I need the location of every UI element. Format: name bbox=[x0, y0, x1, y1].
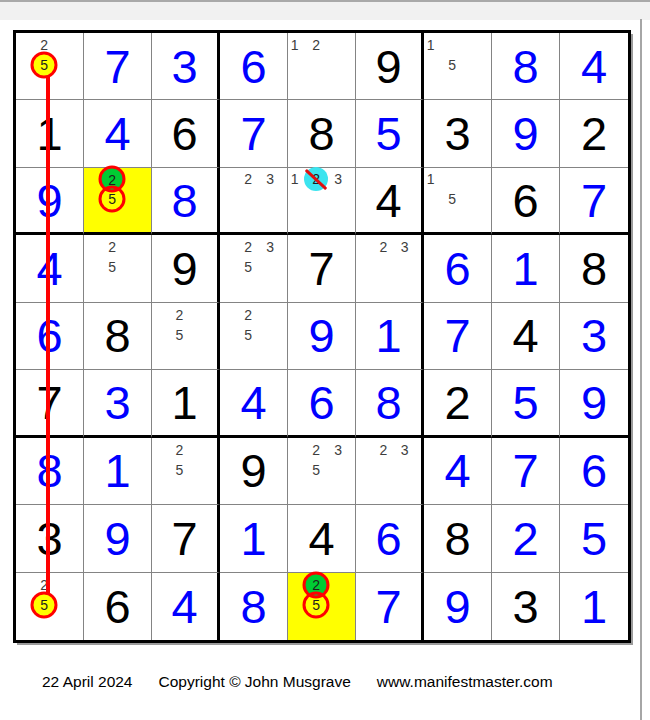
candidate: 2 bbox=[244, 308, 252, 322]
digit-given: 7 bbox=[308, 245, 334, 292]
chain-line bbox=[46, 68, 50, 608]
candidate-yellow-circle: 5 bbox=[31, 51, 58, 78]
candidate: 5 bbox=[312, 463, 320, 477]
digit-solved: 6 bbox=[308, 379, 334, 426]
digit-solved: 3 bbox=[171, 43, 197, 90]
digit-given: 9 bbox=[171, 245, 197, 292]
cell-r9c1[interactable]: 25 bbox=[16, 573, 84, 640]
footer-website: www.manifestmaster.com bbox=[377, 673, 553, 691]
cell-r2c1[interactable]: 1 bbox=[16, 100, 84, 167]
digit-solved: 1 bbox=[104, 447, 130, 494]
digit-solved: 7 bbox=[375, 583, 401, 630]
cell-r1c8[interactable]: 8 bbox=[492, 33, 560, 100]
candidate: 3 bbox=[334, 172, 342, 186]
digit-solved: 7 bbox=[512, 447, 538, 494]
cell-r1c3[interactable]: 3 bbox=[152, 33, 220, 100]
digit-given: 8 bbox=[444, 515, 470, 562]
candidate: 3 bbox=[401, 240, 409, 254]
cell-r7c8[interactable]: 7 bbox=[492, 438, 560, 505]
cell-r6c7[interactable]: 2 bbox=[424, 370, 492, 437]
digit-given: 3 bbox=[444, 110, 470, 157]
candidate-red-ring: 5 bbox=[99, 185, 126, 212]
digit-solved: 6 bbox=[375, 515, 401, 562]
cell-r3c5[interactable]: 123 bbox=[288, 168, 356, 235]
cell-r1c5[interactable]: 12 bbox=[288, 33, 356, 100]
candidate: 2 bbox=[312, 38, 320, 52]
digit-solved: 8 bbox=[171, 177, 197, 224]
candidate: 5 bbox=[448, 58, 456, 72]
cell-r4c8[interactable]: 1 bbox=[492, 235, 560, 302]
cell-r7c6[interactable]: 23 bbox=[356, 438, 424, 505]
cell-r8c3[interactable]: 7 bbox=[152, 505, 220, 572]
cell-r7c4[interactable]: 9 bbox=[220, 438, 288, 505]
candidate-cyan-slash: 2 bbox=[304, 167, 328, 191]
cell-r8c9[interactable]: 5 bbox=[560, 505, 628, 572]
cell-r8c2[interactable]: 9 bbox=[84, 505, 152, 572]
candidate: 5 bbox=[175, 463, 183, 477]
digit-solved: 6 bbox=[444, 245, 470, 292]
cell-r6c1[interactable]: 7 bbox=[16, 370, 84, 437]
digit-solved: 1 bbox=[512, 245, 538, 292]
cell-r4c7[interactable]: 6 bbox=[424, 235, 492, 302]
candidate-yellow-circle: 5 bbox=[31, 591, 58, 618]
digit-given: 7 bbox=[171, 515, 197, 562]
cell-r9c2[interactable]: 6 bbox=[84, 573, 152, 640]
cell-r9c5[interactable]: 25 bbox=[288, 573, 356, 640]
cell-r9c9[interactable]: 1 bbox=[560, 573, 628, 640]
cell-r9c6[interactable]: 7 bbox=[356, 573, 424, 640]
cell-r7c7[interactable]: 4 bbox=[424, 438, 492, 505]
digit-solved: 4 bbox=[171, 583, 197, 630]
digit-solved: 7 bbox=[104, 43, 130, 90]
footer: 22 April 2024 Copyright © John Musgrave … bbox=[42, 673, 553, 691]
digit-given: 4 bbox=[512, 312, 538, 359]
cell-r7c9[interactable]: 6 bbox=[560, 438, 628, 505]
cell-r6c6[interactable]: 8 bbox=[356, 370, 424, 437]
digit-solved: 4 bbox=[104, 110, 130, 157]
cell-r3c9[interactable]: 7 bbox=[560, 168, 628, 235]
cell-r1c2[interactable]: 7 bbox=[84, 33, 152, 100]
candidate: 2 bbox=[244, 172, 252, 186]
cell-r6c3[interactable]: 1 bbox=[152, 370, 220, 437]
cell-r8c8[interactable]: 2 bbox=[492, 505, 560, 572]
cell-r5c3[interactable]: 25 bbox=[152, 303, 220, 370]
cell-r6c4[interactable]: 4 bbox=[220, 370, 288, 437]
window-top-bar bbox=[0, 0, 650, 20]
digit-solved: 4 bbox=[240, 379, 266, 426]
candidate: 2 bbox=[379, 240, 387, 254]
cell-r2c9[interactable]: 2 bbox=[560, 100, 628, 167]
candidate: 1 bbox=[291, 172, 299, 186]
digit-solved: 3 bbox=[104, 379, 130, 426]
digit-given: 2 bbox=[581, 110, 607, 157]
window-right-edge bbox=[640, 19, 642, 720]
cell-r3c3[interactable]: 8 bbox=[152, 168, 220, 235]
sudoku-grid: 2573612915841467853929258231234156742592… bbox=[16, 33, 628, 640]
digit-given: 4 bbox=[308, 515, 334, 562]
cell-r9c8[interactable]: 3 bbox=[492, 573, 560, 640]
cell-r5c4[interactable]: 25 bbox=[220, 303, 288, 370]
digit-given: 3 bbox=[512, 583, 538, 630]
candidate: 2 bbox=[312, 443, 320, 457]
digit-solved: 5 bbox=[581, 515, 607, 562]
cell-r9c7[interactable]: 9 bbox=[424, 573, 492, 640]
digit-solved: 6 bbox=[240, 43, 266, 90]
cell-r2c8[interactable]: 9 bbox=[492, 100, 560, 167]
cell-r5c6[interactable]: 1 bbox=[356, 303, 424, 370]
elimination-slash-icon bbox=[305, 169, 328, 190]
candidate: 5 bbox=[448, 192, 456, 206]
digit-solved: 7 bbox=[581, 177, 607, 224]
candidate: 2 bbox=[175, 308, 183, 322]
cell-r5c1[interactable]: 6 bbox=[16, 303, 84, 370]
cell-r1c6[interactable]: 9 bbox=[356, 33, 424, 100]
cell-r1c7[interactable]: 15 bbox=[424, 33, 492, 100]
cell-r6c2[interactable]: 3 bbox=[84, 370, 152, 437]
digit-solved: 8 bbox=[240, 583, 266, 630]
cell-r3c4[interactable]: 23 bbox=[220, 168, 288, 235]
cell-r1c1[interactable]: 25 bbox=[16, 33, 84, 100]
cell-r1c9[interactable]: 4 bbox=[560, 33, 628, 100]
digit-solved: 2 bbox=[512, 515, 538, 562]
digit-solved: 6 bbox=[581, 447, 607, 494]
digit-given: 8 bbox=[581, 245, 607, 292]
digit-given: 2 bbox=[444, 379, 470, 426]
digit-solved: 8 bbox=[375, 379, 401, 426]
cell-r7c5[interactable]: 235 bbox=[288, 438, 356, 505]
cell-r7c3[interactable]: 25 bbox=[152, 438, 220, 505]
cell-r3c1[interactable]: 9 bbox=[16, 168, 84, 235]
candidate-red-ring: 5 bbox=[303, 591, 330, 618]
digit-solved: 9 bbox=[104, 515, 130, 562]
cell-r6c8[interactable]: 5 bbox=[492, 370, 560, 437]
cell-r6c9[interactable]: 9 bbox=[560, 370, 628, 437]
cell-r5c9[interactable]: 3 bbox=[560, 303, 628, 370]
candidate: 1 bbox=[427, 172, 435, 186]
digit-given: 8 bbox=[104, 312, 130, 359]
cell-r4c1[interactable]: 4 bbox=[16, 235, 84, 302]
candidate: 5 bbox=[108, 260, 116, 274]
cell-r9c4[interactable]: 8 bbox=[220, 573, 288, 640]
candidate: 2 bbox=[40, 38, 48, 52]
digit-solved: 1 bbox=[581, 583, 607, 630]
digit-solved: 9 bbox=[308, 312, 334, 359]
cell-r5c7[interactable]: 7 bbox=[424, 303, 492, 370]
cell-r4c3[interactable]: 9 bbox=[152, 235, 220, 302]
digit-given: 8 bbox=[308, 110, 334, 157]
cell-r4c6[interactable]: 23 bbox=[356, 235, 424, 302]
candidate: 3 bbox=[401, 443, 409, 457]
digit-given: 6 bbox=[512, 177, 538, 224]
cell-r6c5[interactable]: 6 bbox=[288, 370, 356, 437]
candidate: 2 bbox=[244, 240, 252, 254]
digit-solved: 5 bbox=[375, 110, 401, 157]
digit-solved: 4 bbox=[581, 43, 607, 90]
cell-r8c6[interactable]: 6 bbox=[356, 505, 424, 572]
digit-given: 6 bbox=[171, 110, 197, 157]
cell-r8c4[interactable]: 1 bbox=[220, 505, 288, 572]
cell-r8c7[interactable]: 8 bbox=[424, 505, 492, 572]
digit-solved: 1 bbox=[240, 515, 266, 562]
candidate: 1 bbox=[291, 38, 299, 52]
digit-given: 9 bbox=[375, 43, 401, 90]
cell-r2c6[interactable]: 5 bbox=[356, 100, 424, 167]
cell-r4c2[interactable]: 25 bbox=[84, 235, 152, 302]
digit-solved: 7 bbox=[444, 312, 470, 359]
digit-solved: 1 bbox=[375, 312, 401, 359]
cell-r4c5[interactable]: 7 bbox=[288, 235, 356, 302]
candidate: 2 bbox=[379, 443, 387, 457]
cell-r3c8[interactable]: 6 bbox=[492, 168, 560, 235]
sudoku-board: 2573612915841467853929258231234156742592… bbox=[13, 30, 631, 643]
candidate: 5 bbox=[244, 260, 252, 274]
cell-r2c4[interactable]: 7 bbox=[220, 100, 288, 167]
digit-given: 1 bbox=[171, 379, 197, 426]
digit-solved: 9 bbox=[581, 379, 607, 426]
cell-r5c5[interactable]: 9 bbox=[288, 303, 356, 370]
cell-r4c9[interactable]: 8 bbox=[560, 235, 628, 302]
digit-given: 9 bbox=[240, 447, 266, 494]
digit-solved: 4 bbox=[444, 447, 470, 494]
cell-r4c4[interactable]: 235 bbox=[220, 235, 288, 302]
candidate: 3 bbox=[266, 240, 274, 254]
cell-r2c5[interactable]: 8 bbox=[288, 100, 356, 167]
digit-solved: 5 bbox=[512, 379, 538, 426]
digit-solved: 9 bbox=[512, 110, 538, 157]
cell-r7c1[interactable]: 8 bbox=[16, 438, 84, 505]
cell-r5c8[interactable]: 4 bbox=[492, 303, 560, 370]
cell-r3c2[interactable]: 25 bbox=[84, 168, 152, 235]
cell-r8c5[interactable]: 4 bbox=[288, 505, 356, 572]
cell-r1c4[interactable]: 6 bbox=[220, 33, 288, 100]
cell-r9c3[interactable]: 4 bbox=[152, 573, 220, 640]
cell-r5c2[interactable]: 8 bbox=[84, 303, 152, 370]
footer-date: 22 April 2024 bbox=[42, 673, 133, 691]
digit-solved: 9 bbox=[444, 583, 470, 630]
cell-r2c2[interactable]: 4 bbox=[84, 100, 152, 167]
digit-solved: 7 bbox=[240, 110, 266, 157]
candidate: 3 bbox=[334, 443, 342, 457]
cell-r3c7[interactable]: 15 bbox=[424, 168, 492, 235]
candidate: 2 bbox=[108, 240, 116, 254]
candidate: 2 bbox=[175, 443, 183, 457]
footer-copyright: Copyright © John Musgrave bbox=[159, 673, 351, 691]
cell-r7c2[interactable]: 1 bbox=[84, 438, 152, 505]
cell-r2c7[interactable]: 3 bbox=[424, 100, 492, 167]
cell-r3c6[interactable]: 4 bbox=[356, 168, 424, 235]
cell-r2c3[interactable]: 6 bbox=[152, 100, 220, 167]
cell-r8c1[interactable]: 3 bbox=[16, 505, 84, 572]
candidate: 3 bbox=[266, 172, 274, 186]
digit-given: 4 bbox=[375, 177, 401, 224]
digit-given: 6 bbox=[104, 583, 130, 630]
digit-solved: 3 bbox=[581, 312, 607, 359]
candidate: 1 bbox=[427, 38, 435, 52]
candidate: 5 bbox=[244, 328, 252, 342]
digit-solved: 8 bbox=[512, 43, 538, 90]
candidate: 5 bbox=[175, 328, 183, 342]
